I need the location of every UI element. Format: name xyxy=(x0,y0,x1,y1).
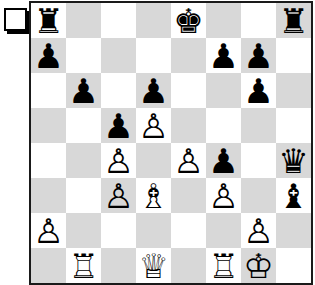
white-pawn[interactable]: ♙ xyxy=(243,214,273,248)
black-king[interactable]: ♚ xyxy=(173,4,203,38)
black-rook[interactable]: ♜ xyxy=(33,4,63,38)
black-pawn[interactable]: ♟ xyxy=(243,39,273,73)
square-b4[interactable] xyxy=(66,143,101,178)
square-c6[interactable] xyxy=(101,73,136,108)
black-pawn[interactable]: ♟ xyxy=(68,74,98,108)
square-f7[interactable]: ♟ xyxy=(206,38,241,73)
square-d2[interactable] xyxy=(136,213,171,248)
square-f1[interactable]: ♖ xyxy=(206,248,241,283)
square-a7[interactable]: ♟ xyxy=(31,38,66,73)
square-h6[interactable] xyxy=(276,73,311,108)
chess-diagram: ♜♚♜♟♟♟♟♟♟♟♙♙♙♟♛♙♗♙♝♙♙♖♕♖♔ xyxy=(0,0,315,285)
white-rook[interactable]: ♖ xyxy=(208,249,238,283)
square-g8[interactable] xyxy=(241,3,276,38)
square-e4[interactable]: ♙ xyxy=(171,143,206,178)
square-b2[interactable] xyxy=(66,213,101,248)
square-d1[interactable]: ♕ xyxy=(136,248,171,283)
square-g3[interactable] xyxy=(241,178,276,213)
black-pawn[interactable]: ♟ xyxy=(138,74,168,108)
square-e3[interactable] xyxy=(171,178,206,213)
white-pawn[interactable]: ♙ xyxy=(138,109,168,143)
square-d8[interactable] xyxy=(136,3,171,38)
black-bishop[interactable]: ♝ xyxy=(278,179,308,213)
square-f2[interactable] xyxy=(206,213,241,248)
square-e7[interactable] xyxy=(171,38,206,73)
square-h4[interactable]: ♛ xyxy=(276,143,311,178)
white-to-move-indicator xyxy=(4,8,27,31)
white-bishop[interactable]: ♗ xyxy=(138,179,168,213)
square-g7[interactable]: ♟ xyxy=(241,38,276,73)
square-f8[interactable] xyxy=(206,3,241,38)
square-d6[interactable]: ♟ xyxy=(136,73,171,108)
square-h3[interactable]: ♝ xyxy=(276,178,311,213)
square-a3[interactable] xyxy=(31,178,66,213)
square-d7[interactable] xyxy=(136,38,171,73)
square-f3[interactable]: ♙ xyxy=(206,178,241,213)
black-pawn[interactable]: ♟ xyxy=(33,39,63,73)
square-d4[interactable] xyxy=(136,143,171,178)
square-a8[interactable]: ♜ xyxy=(31,3,66,38)
white-pawn[interactable]: ♙ xyxy=(208,179,238,213)
square-c8[interactable] xyxy=(101,3,136,38)
white-queen[interactable]: ♕ xyxy=(138,249,168,283)
square-g5[interactable] xyxy=(241,108,276,143)
square-h7[interactable] xyxy=(276,38,311,73)
square-c4[interactable]: ♙ xyxy=(101,143,136,178)
square-c7[interactable] xyxy=(101,38,136,73)
square-a4[interactable] xyxy=(31,143,66,178)
square-f4[interactable]: ♟ xyxy=(206,143,241,178)
white-king[interactable]: ♔ xyxy=(243,249,273,283)
square-e1[interactable] xyxy=(171,248,206,283)
square-h5[interactable] xyxy=(276,108,311,143)
square-c1[interactable] xyxy=(101,248,136,283)
square-g4[interactable] xyxy=(241,143,276,178)
chess-board: ♜♚♜♟♟♟♟♟♟♟♙♙♙♟♛♙♗♙♝♙♙♖♕♖♔ xyxy=(29,1,313,285)
black-pawn[interactable]: ♟ xyxy=(208,144,238,178)
black-queen[interactable]: ♛ xyxy=(278,144,308,178)
square-d5[interactable]: ♙ xyxy=(136,108,171,143)
square-b8[interactable] xyxy=(66,3,101,38)
square-h1[interactable] xyxy=(276,248,311,283)
square-c5[interactable]: ♟ xyxy=(101,108,136,143)
white-rook[interactable]: ♖ xyxy=(68,249,98,283)
square-a5[interactable] xyxy=(31,108,66,143)
square-h8[interactable]: ♜ xyxy=(276,3,311,38)
square-b7[interactable] xyxy=(66,38,101,73)
black-pawn[interactable]: ♟ xyxy=(208,39,238,73)
square-e5[interactable] xyxy=(171,108,206,143)
white-pawn[interactable]: ♙ xyxy=(103,144,133,178)
white-pawn[interactable]: ♙ xyxy=(173,144,203,178)
square-g6[interactable]: ♟ xyxy=(241,73,276,108)
square-g1[interactable]: ♔ xyxy=(241,248,276,283)
black-pawn[interactable]: ♟ xyxy=(103,109,133,143)
black-rook[interactable]: ♜ xyxy=(278,4,308,38)
square-b5[interactable] xyxy=(66,108,101,143)
square-e2[interactable] xyxy=(171,213,206,248)
square-f6[interactable] xyxy=(206,73,241,108)
square-a2[interactable]: ♙ xyxy=(31,213,66,248)
white-pawn[interactable]: ♙ xyxy=(103,179,133,213)
square-d3[interactable]: ♗ xyxy=(136,178,171,213)
white-pawn[interactable]: ♙ xyxy=(33,214,63,248)
square-c2[interactable] xyxy=(101,213,136,248)
square-e8[interactable]: ♚ xyxy=(171,3,206,38)
square-b1[interactable]: ♖ xyxy=(66,248,101,283)
square-b3[interactable] xyxy=(66,178,101,213)
square-g2[interactable]: ♙ xyxy=(241,213,276,248)
square-h2[interactable] xyxy=(276,213,311,248)
black-pawn[interactable]: ♟ xyxy=(243,74,273,108)
square-e6[interactable] xyxy=(171,73,206,108)
square-b6[interactable]: ♟ xyxy=(66,73,101,108)
square-c3[interactable]: ♙ xyxy=(101,178,136,213)
square-a1[interactable] xyxy=(31,248,66,283)
square-a6[interactable] xyxy=(31,73,66,108)
square-f5[interactable] xyxy=(206,108,241,143)
